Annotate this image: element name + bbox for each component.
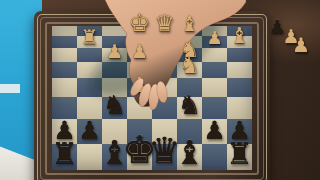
black-rook-h8[interactable]: ♜ bbox=[51, 139, 78, 169]
black-bishop-f8[interactable]: ♝ bbox=[100, 136, 130, 169]
white-pawn-b2[interactable]: ♟ bbox=[206, 29, 222, 47]
square-a4[interactable] bbox=[227, 62, 252, 78]
white-pawn-e5[interactable]: ♟ bbox=[130, 75, 149, 96]
square-b3[interactable] bbox=[202, 48, 227, 62]
square-h4[interactable] bbox=[52, 62, 77, 78]
square-d4[interactable] bbox=[152, 62, 177, 78]
square-b8[interactable] bbox=[202, 144, 227, 170]
square-g8[interactable] bbox=[77, 144, 102, 170]
square-a3[interactable] bbox=[227, 48, 252, 62]
black-pawn-g7[interactable]: ♟ bbox=[78, 118, 100, 143]
square-d3[interactable] bbox=[152, 48, 177, 62]
white-knight-c4[interactable]: ♞ bbox=[179, 54, 200, 77]
square-d6[interactable] bbox=[152, 97, 177, 119]
scene: ♟♟♟ ♜♝♛♚♝♜♟♟♟♟♞♞♟ bbox=[0, 0, 320, 180]
white-king-e1[interactable]: ♚ bbox=[129, 11, 151, 35]
square-g3[interactable] bbox=[77, 48, 102, 62]
square-g5[interactable] bbox=[77, 78, 102, 97]
white-pawn-e3[interactable]: ♟ bbox=[131, 42, 148, 61]
white-rook-g2[interactable]: ♜ bbox=[81, 27, 99, 47]
square-f1[interactable] bbox=[102, 26, 127, 36]
background-table-edge bbox=[0, 84, 20, 93]
square-h5[interactable] bbox=[52, 78, 77, 97]
square-d5[interactable] bbox=[152, 78, 177, 97]
square-e6[interactable] bbox=[127, 97, 152, 119]
square-h3[interactable] bbox=[52, 48, 77, 62]
white-bishop-a2[interactable]: ♝ bbox=[230, 25, 250, 47]
square-f4[interactable] bbox=[102, 62, 127, 78]
black-rook-a8[interactable]: ♜ bbox=[226, 139, 253, 169]
white-queen-d1[interactable]: ♛ bbox=[154, 12, 175, 35]
white-bishop-c1[interactable]: ♝ bbox=[180, 14, 199, 35]
square-h1[interactable] bbox=[52, 26, 77, 36]
square-h2[interactable] bbox=[52, 36, 77, 48]
black-knight-c6[interactable]: ♞ bbox=[178, 92, 201, 118]
square-b4[interactable] bbox=[202, 62, 227, 78]
black-pawn-b7[interactable]: ♟ bbox=[203, 118, 225, 143]
square-g4[interactable] bbox=[77, 62, 102, 78]
square-a5[interactable] bbox=[227, 78, 252, 97]
black-knight-f6[interactable]: ♞ bbox=[103, 92, 126, 118]
white-pawn-f3[interactable]: ♟ bbox=[106, 42, 123, 61]
square-b5[interactable] bbox=[202, 78, 227, 97]
square-d2[interactable] bbox=[152, 36, 177, 48]
captured-white-pawn: ♟ bbox=[292, 35, 310, 55]
